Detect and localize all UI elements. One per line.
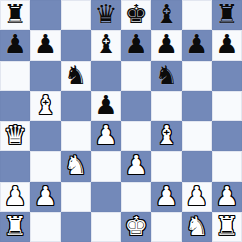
- square-d7[interactable]: ♝: [91, 30, 121, 60]
- square-e1[interactable]: ♚: [121, 212, 151, 242]
- piece-white-pawn[interactable]: ♟: [3, 182, 26, 211]
- piece-black-queen[interactable]: ♛: [94, 0, 117, 29]
- square-f7[interactable]: ♟: [151, 30, 181, 60]
- piece-black-pawn[interactable]: ♟: [215, 30, 238, 59]
- square-c2[interactable]: [61, 182, 91, 212]
- piece-white-bishop[interactable]: ♝: [155, 121, 178, 150]
- square-g4[interactable]: [182, 121, 212, 151]
- square-e6[interactable]: [121, 61, 151, 91]
- square-b7[interactable]: ♟: [30, 30, 60, 60]
- square-b1[interactable]: [30, 212, 60, 242]
- square-f1[interactable]: [151, 212, 181, 242]
- square-g3[interactable]: [182, 151, 212, 181]
- square-h6[interactable]: [212, 61, 242, 91]
- square-e7[interactable]: ♟: [121, 30, 151, 60]
- piece-black-knight[interactable]: ♞: [64, 61, 87, 90]
- square-g2[interactable]: ♟: [182, 182, 212, 212]
- square-f2[interactable]: ♟: [151, 182, 181, 212]
- square-h2[interactable]: ♟: [212, 182, 242, 212]
- piece-black-pawn[interactable]: ♟: [155, 30, 178, 59]
- square-c3[interactable]: ♞: [61, 151, 91, 181]
- piece-white-bishop[interactable]: ♝: [34, 91, 57, 120]
- square-f5[interactable]: [151, 91, 181, 121]
- square-c1[interactable]: [61, 212, 91, 242]
- square-g6[interactable]: [182, 61, 212, 91]
- square-f8[interactable]: ♝: [151, 0, 181, 30]
- square-e5[interactable]: [121, 91, 151, 121]
- square-c4[interactable]: [61, 121, 91, 151]
- piece-white-king[interactable]: ♚: [124, 212, 147, 241]
- square-a4[interactable]: ♛: [0, 121, 30, 151]
- square-e2[interactable]: [121, 182, 151, 212]
- square-a6[interactable]: [0, 61, 30, 91]
- square-a8[interactable]: ♜: [0, 0, 30, 30]
- square-c8[interactable]: [61, 0, 91, 30]
- piece-white-pawn[interactable]: ♟: [34, 182, 57, 211]
- piece-black-rook[interactable]: ♜: [3, 0, 26, 29]
- square-a2[interactable]: ♟: [0, 182, 30, 212]
- piece-black-rook[interactable]: ♜: [215, 0, 238, 29]
- piece-black-knight[interactable]: ♞: [155, 61, 178, 90]
- square-a5[interactable]: [0, 91, 30, 121]
- square-h5[interactable]: [212, 91, 242, 121]
- piece-black-pawn[interactable]: ♟: [34, 30, 57, 59]
- square-c5[interactable]: [61, 91, 91, 121]
- piece-white-queen[interactable]: ♛: [3, 121, 26, 150]
- piece-white-rook[interactable]: ♜: [3, 212, 26, 241]
- piece-white-pawn[interactable]: ♟: [155, 182, 178, 211]
- square-g1[interactable]: ♞: [182, 212, 212, 242]
- piece-black-pawn[interactable]: ♟: [124, 30, 147, 59]
- piece-black-pawn[interactable]: ♟: [185, 30, 208, 59]
- square-c7[interactable]: [61, 30, 91, 60]
- square-d2[interactable]: [91, 182, 121, 212]
- square-f4[interactable]: ♝: [151, 121, 181, 151]
- square-a1[interactable]: ♜: [0, 212, 30, 242]
- piece-white-pawn[interactable]: ♟: [124, 151, 147, 180]
- square-d8[interactable]: ♛: [91, 0, 121, 30]
- piece-white-knight[interactable]: ♞: [185, 212, 208, 241]
- square-b5[interactable]: ♝: [30, 91, 60, 121]
- square-g5[interactable]: [182, 91, 212, 121]
- piece-black-pawn[interactable]: ♟: [3, 30, 26, 59]
- square-c6[interactable]: ♞: [61, 61, 91, 91]
- square-h7[interactable]: ♟: [212, 30, 242, 60]
- square-e8[interactable]: ♚: [121, 0, 151, 30]
- piece-black-bishop[interactable]: ♝: [155, 0, 178, 29]
- square-d4[interactable]: ♟: [91, 121, 121, 151]
- square-g8[interactable]: [182, 0, 212, 30]
- square-g7[interactable]: ♟: [182, 30, 212, 60]
- square-b8[interactable]: [30, 0, 60, 30]
- square-h3[interactable]: [212, 151, 242, 181]
- square-b4[interactable]: [30, 121, 60, 151]
- piece-white-pawn[interactable]: ♟: [215, 182, 238, 211]
- square-b6[interactable]: [30, 61, 60, 91]
- chess-board: ♜♛♚♝♜♟♟♝♟♟♟♟♞♞♝♟♛♟♝♞♟♟♟♟♟♟♜♚♞♜: [0, 0, 242, 242]
- square-b3[interactable]: [30, 151, 60, 181]
- square-f3[interactable]: [151, 151, 181, 181]
- square-a3[interactable]: [0, 151, 30, 181]
- piece-black-bishop[interactable]: ♝: [94, 30, 117, 59]
- piece-white-rook[interactable]: ♜: [215, 212, 238, 241]
- square-d1[interactable]: [91, 212, 121, 242]
- piece-white-knight[interactable]: ♞: [64, 151, 87, 180]
- piece-white-pawn[interactable]: ♟: [185, 182, 208, 211]
- square-e3[interactable]: ♟: [121, 151, 151, 181]
- square-e4[interactable]: [121, 121, 151, 151]
- square-d5[interactable]: ♟: [91, 91, 121, 121]
- square-d6[interactable]: [91, 61, 121, 91]
- square-h1[interactable]: ♜: [212, 212, 242, 242]
- square-b2[interactable]: ♟: [30, 182, 60, 212]
- square-a7[interactable]: ♟: [0, 30, 30, 60]
- square-h4[interactable]: [212, 121, 242, 151]
- piece-white-pawn[interactable]: ♟: [94, 121, 117, 150]
- square-d3[interactable]: [91, 151, 121, 181]
- piece-black-pawn[interactable]: ♟: [94, 91, 117, 120]
- square-h8[interactable]: ♜: [212, 0, 242, 30]
- piece-black-king[interactable]: ♚: [124, 0, 147, 29]
- square-f6[interactable]: ♞: [151, 61, 181, 91]
